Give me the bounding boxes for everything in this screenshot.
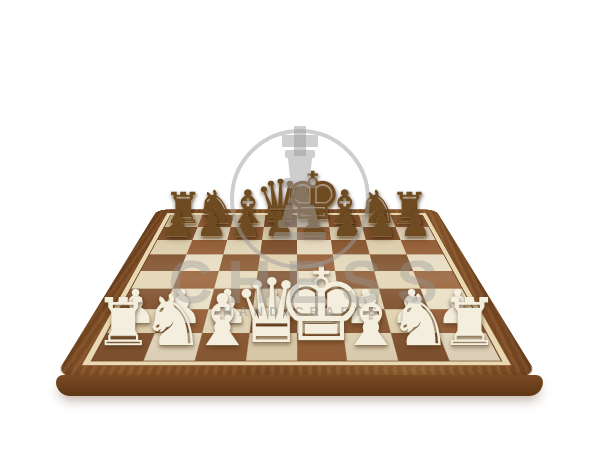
square-b1 <box>143 333 201 360</box>
square-d5 <box>258 254 297 270</box>
square-b2 <box>154 309 208 333</box>
square-d4 <box>255 271 296 289</box>
square-c4 <box>214 271 258 289</box>
square-f3 <box>338 289 385 310</box>
board-side-face <box>56 375 543 396</box>
square-f4 <box>335 271 379 289</box>
chess-board <box>54 209 538 377</box>
square-c1 <box>194 333 249 360</box>
square-e1 <box>297 333 348 360</box>
square-g7 <box>362 227 400 240</box>
square-b7 <box>192 227 230 240</box>
square-a6 <box>150 240 193 254</box>
square-d6 <box>260 240 297 254</box>
square-e6 <box>297 240 334 254</box>
square-h6 <box>401 240 444 254</box>
square-h7 <box>395 227 435 240</box>
square-h5 <box>407 254 452 270</box>
square-f1 <box>344 333 399 360</box>
square-a8 <box>165 215 203 227</box>
square-g8 <box>359 215 395 227</box>
board-delimiter <box>80 213 513 366</box>
square-c7 <box>227 227 263 240</box>
square-b3 <box>164 289 214 310</box>
square-f8 <box>328 215 363 227</box>
square-c2 <box>202 309 253 333</box>
square-d2 <box>249 309 296 333</box>
square-d1 <box>245 333 296 360</box>
square-f6 <box>331 240 370 254</box>
square-h8 <box>391 215 429 227</box>
square-h2 <box>429 309 486 333</box>
square-b8 <box>198 215 234 227</box>
square-b4 <box>172 271 218 289</box>
square-d8 <box>264 215 297 227</box>
board-grid <box>92 215 500 361</box>
square-h1 <box>439 333 501 360</box>
square-a7 <box>158 227 198 240</box>
product-photo: ♜♞♝♛♚♝♞♜♟♟♟♟♟♟♟♟♟♟♟♟♟♟♟♟♜♞♝♛♚♝♞♜ CHESS H… <box>0 0 600 450</box>
square-d7 <box>262 227 297 240</box>
square-e7 <box>297 227 332 240</box>
square-e8 <box>297 215 330 227</box>
square-e4 <box>297 271 338 289</box>
square-e2 <box>297 309 344 333</box>
square-g6 <box>366 240 407 254</box>
square-e5 <box>297 254 336 270</box>
square-h3 <box>421 289 474 310</box>
board-field <box>91 215 503 362</box>
square-f2 <box>341 309 392 333</box>
square-c6 <box>223 240 262 254</box>
square-c3 <box>208 289 255 310</box>
square-f7 <box>329 227 365 240</box>
square-b5 <box>180 254 223 270</box>
square-b6 <box>186 240 227 254</box>
square-h4 <box>413 271 462 289</box>
square-d3 <box>252 289 296 310</box>
square-c8 <box>231 215 266 227</box>
square-c5 <box>219 254 260 270</box>
square-f5 <box>333 254 374 270</box>
square-e3 <box>297 289 341 310</box>
